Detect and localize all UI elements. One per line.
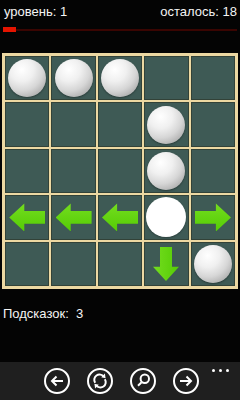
header: уровень: 1 осталось: 18 bbox=[4, 4, 237, 20]
progress-bar bbox=[3, 27, 16, 32]
hints-label: Подсказок: bbox=[3, 306, 76, 321]
board-cell-r5c2[interactable] bbox=[51, 242, 95, 286]
silver-ball[interactable] bbox=[101, 59, 139, 97]
board-cell-r2c3[interactable] bbox=[98, 102, 142, 146]
remaining-value: 18 bbox=[223, 4, 237, 19]
more-icon[interactable] bbox=[212, 369, 229, 372]
arrow-left-icon[interactable] bbox=[102, 203, 138, 231]
board-cell-r1c5[interactable] bbox=[191, 56, 235, 100]
arrow-left-icon[interactable] bbox=[56, 203, 92, 231]
app-bar bbox=[0, 362, 240, 400]
arrow-right-icon[interactable] bbox=[195, 203, 231, 231]
board-cell-r1c4[interactable] bbox=[144, 56, 188, 100]
silver-ball[interactable] bbox=[8, 59, 46, 97]
active-white-ball[interactable] bbox=[146, 197, 186, 237]
board-cell-r3c5[interactable] bbox=[191, 149, 235, 193]
board-cell-r4c1[interactable] bbox=[5, 195, 49, 239]
silver-ball[interactable] bbox=[147, 152, 185, 190]
board-cell-r2c5[interactable] bbox=[191, 102, 235, 146]
app-screen: уровень: 1 осталось: 18 Подсказок: 3 bbox=[0, 0, 240, 400]
board-cell-r2c2[interactable] bbox=[51, 102, 95, 146]
board-cell-r1c1[interactable] bbox=[5, 56, 49, 100]
level-value: 1 bbox=[60, 4, 67, 19]
board-cell-r3c1[interactable] bbox=[5, 149, 49, 193]
board-cell-r1c3[interactable] bbox=[98, 56, 142, 100]
board-cell-r4c5[interactable] bbox=[191, 195, 235, 239]
board-cell-r2c1[interactable] bbox=[5, 102, 49, 146]
hints-indicator: Подсказок: 3 bbox=[3, 306, 83, 321]
silver-ball[interactable] bbox=[194, 245, 232, 283]
forward-icon bbox=[175, 370, 197, 392]
sync-icon bbox=[89, 370, 111, 392]
forward-button[interactable] bbox=[173, 368, 199, 394]
search-button[interactable] bbox=[130, 368, 156, 394]
remaining-indicator: осталось: 18 bbox=[160, 4, 237, 20]
board-cell-r1c2[interactable] bbox=[51, 56, 95, 100]
silver-ball[interactable] bbox=[147, 106, 185, 144]
board-cell-r4c4[interactable] bbox=[144, 195, 188, 239]
sync-button[interactable] bbox=[87, 368, 113, 394]
back-button[interactable] bbox=[44, 368, 70, 394]
board-cell-r5c4[interactable] bbox=[144, 242, 188, 286]
board-cell-r4c2[interactable] bbox=[51, 195, 95, 239]
board-cell-r3c4[interactable] bbox=[144, 149, 188, 193]
board bbox=[2, 53, 238, 289]
search-icon bbox=[132, 370, 154, 392]
arrow-left-icon[interactable] bbox=[9, 203, 45, 231]
remaining-label: осталось: bbox=[160, 4, 222, 19]
board-cell-r2c4[interactable] bbox=[144, 102, 188, 146]
board-cell-r3c2[interactable] bbox=[51, 149, 95, 193]
board-cell-r5c3[interactable] bbox=[98, 242, 142, 286]
board-cell-r5c5[interactable] bbox=[191, 242, 235, 286]
arrow-down-icon[interactable] bbox=[153, 247, 179, 281]
progress-track bbox=[4, 29, 237, 31]
level-label: уровень: bbox=[4, 4, 60, 19]
hints-value: 3 bbox=[76, 306, 83, 321]
level-indicator: уровень: 1 bbox=[4, 4, 67, 20]
board-cell-r5c1[interactable] bbox=[5, 242, 49, 286]
board-cell-r4c3[interactable] bbox=[98, 195, 142, 239]
back-icon bbox=[46, 370, 68, 392]
board-cell-r3c3[interactable] bbox=[98, 149, 142, 193]
silver-ball[interactable] bbox=[55, 59, 93, 97]
